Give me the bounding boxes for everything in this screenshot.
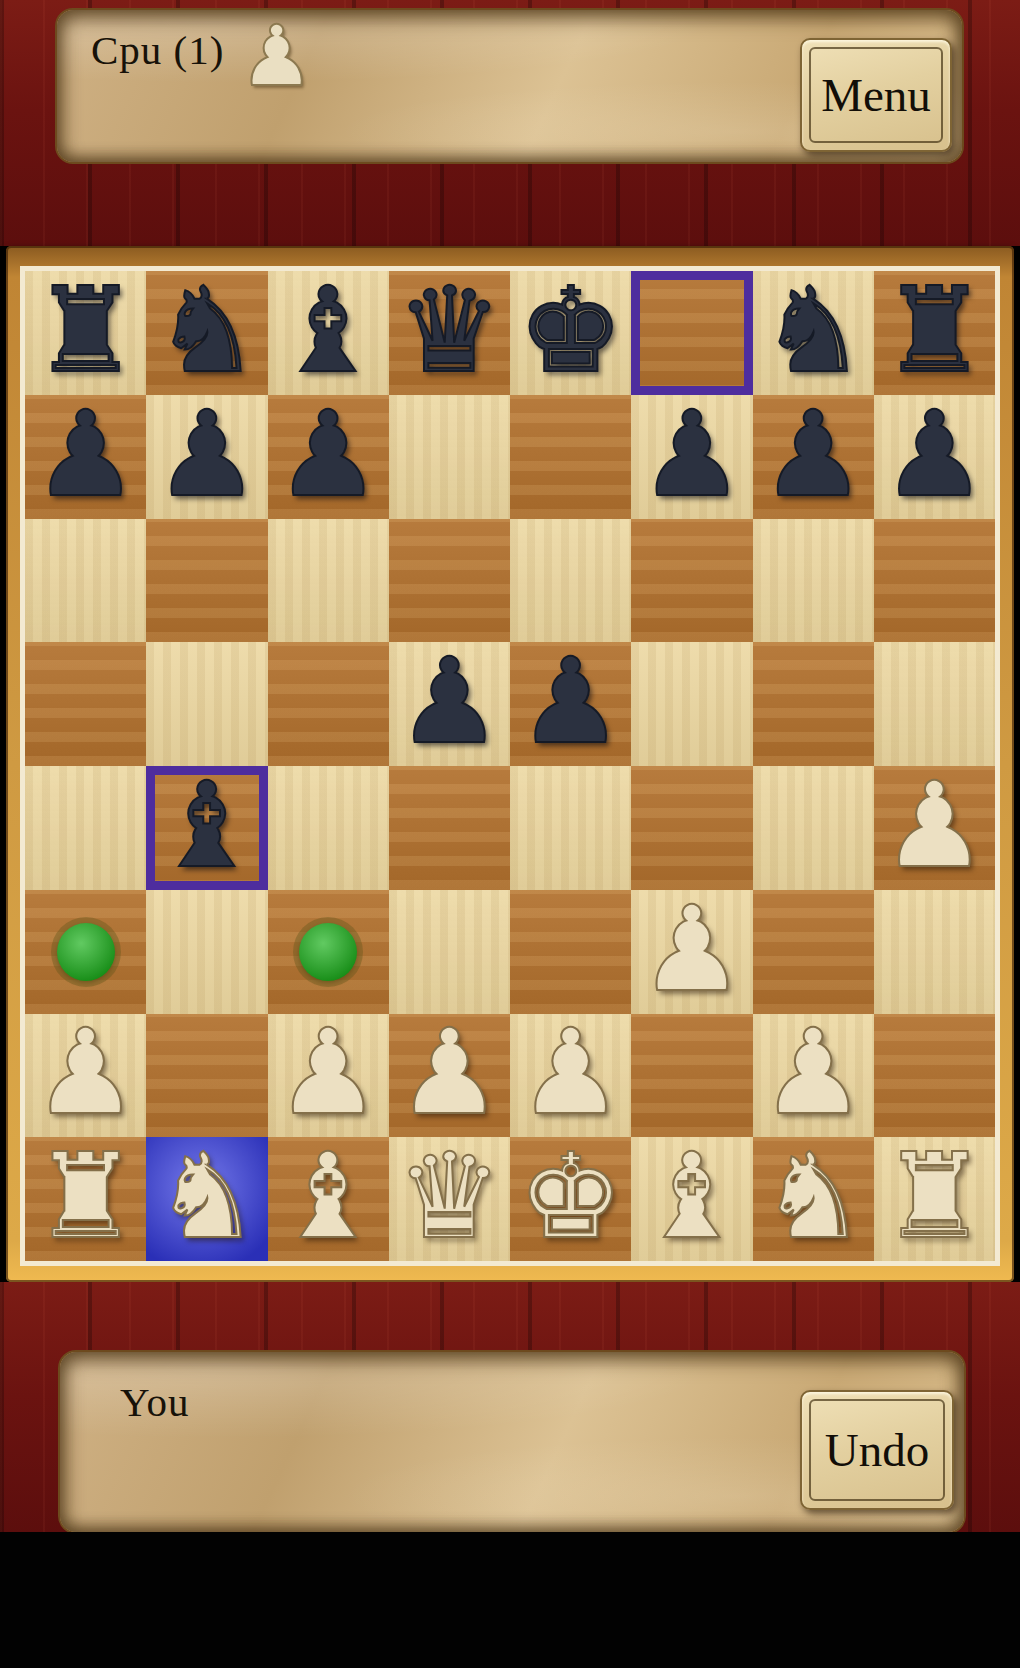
square-e1[interactable]: ♚: [510, 1137, 631, 1261]
black-pawn: ♟: [154, 395, 260, 513]
square-f8[interactable]: [631, 271, 752, 395]
square-f7[interactable]: ♟: [631, 395, 752, 519]
square-e5[interactable]: ♟: [510, 642, 631, 766]
square-e8[interactable]: ♚: [510, 271, 631, 395]
square-b7[interactable]: ♟: [146, 395, 267, 519]
square-d8[interactable]: ♛: [389, 271, 510, 395]
black-pawn: ♟: [518, 642, 624, 760]
square-b5[interactable]: [146, 642, 267, 766]
square-h1[interactable]: ♜: [874, 1137, 995, 1261]
square-c7[interactable]: ♟: [268, 395, 389, 519]
white-king: ♚: [518, 1137, 624, 1255]
opponent-panel: Cpu (1) ♟ Menu: [55, 8, 964, 164]
square-c8[interactable]: ♝: [268, 271, 389, 395]
square-b2[interactable]: [146, 1014, 267, 1138]
white-pawn: ♟: [639, 890, 745, 1008]
white-queen: ♛: [396, 1137, 502, 1255]
square-a2[interactable]: ♟: [25, 1014, 146, 1138]
square-f3[interactable]: ♟: [631, 890, 752, 1014]
square-b4[interactable]: ♝: [146, 766, 267, 890]
square-f5[interactable]: [631, 642, 752, 766]
square-f6[interactable]: [631, 519, 752, 643]
square-g8[interactable]: ♞: [753, 271, 874, 395]
square-c5[interactable]: [268, 642, 389, 766]
black-rook: ♜: [33, 271, 139, 389]
menu-button[interactable]: Menu: [800, 38, 952, 152]
black-knight: ♞: [154, 271, 260, 389]
black-knight: ♞: [760, 271, 866, 389]
chess-board: ♜♞♝♛♚♞♜♟♟♟♟♟♟♟♟♝♟♟♟♟♟♟♟♜♞♝♛♚♝♞♜: [20, 266, 1000, 1266]
square-d1[interactable]: ♛: [389, 1137, 510, 1261]
square-h4[interactable]: ♟: [874, 766, 995, 890]
legal-move-dot-c3[interactable]: [299, 923, 357, 981]
black-pawn: ♟: [396, 642, 502, 760]
square-a8[interactable]: ♜: [25, 271, 146, 395]
square-a5[interactable]: [25, 642, 146, 766]
undo-button[interactable]: Undo: [800, 1390, 954, 1510]
square-e3[interactable]: [510, 890, 631, 1014]
black-pawn: ♟: [275, 395, 381, 513]
square-g5[interactable]: [753, 642, 874, 766]
square-b3[interactable]: [146, 890, 267, 1014]
captured-white-pawn-icon: ♟: [239, 10, 314, 102]
white-bishop: ♝: [275, 1137, 381, 1255]
square-g2[interactable]: ♟: [753, 1014, 874, 1138]
square-a7[interactable]: ♟: [25, 395, 146, 519]
square-c3[interactable]: [268, 890, 389, 1014]
black-pawn: ♟: [760, 395, 866, 513]
white-pawn: ♟: [881, 766, 987, 884]
square-c2[interactable]: ♟: [268, 1014, 389, 1138]
square-g1[interactable]: ♞: [753, 1137, 874, 1261]
square-a1[interactable]: ♜: [25, 1137, 146, 1261]
square-c6[interactable]: [268, 519, 389, 643]
square-a6[interactable]: [25, 519, 146, 643]
square-e2[interactable]: ♟: [510, 1014, 631, 1138]
square-b8[interactable]: ♞: [146, 271, 267, 395]
square-g6[interactable]: [753, 519, 874, 643]
square-a3[interactable]: [25, 890, 146, 1014]
white-pawn: ♟: [275, 1013, 381, 1131]
white-pawn: ♟: [760, 1013, 866, 1131]
black-rook: ♜: [881, 271, 987, 389]
square-c1[interactable]: ♝: [268, 1137, 389, 1261]
black-pawn: ♟: [881, 395, 987, 513]
square-h6[interactable]: [874, 519, 995, 643]
white-pawn: ♟: [396, 1013, 502, 1131]
square-f4[interactable]: [631, 766, 752, 890]
square-f2[interactable]: [631, 1014, 752, 1138]
white-rook: ♜: [881, 1137, 987, 1255]
square-d3[interactable]: [389, 890, 510, 1014]
black-queen: ♛: [396, 271, 502, 389]
square-d2[interactable]: ♟: [389, 1014, 510, 1138]
square-g3[interactable]: [753, 890, 874, 1014]
opponent-name-label: Cpu (1): [91, 26, 224, 74]
square-d4[interactable]: [389, 766, 510, 890]
android-nav-bar: [0, 1532, 1020, 1668]
white-knight: ♞: [760, 1137, 866, 1255]
square-h8[interactable]: ♜: [874, 271, 995, 395]
legal-move-dot-a3[interactable]: [57, 923, 115, 981]
player-panel: You Undo: [58, 1350, 966, 1534]
square-b6[interactable]: [146, 519, 267, 643]
square-d6[interactable]: [389, 519, 510, 643]
square-f1[interactable]: ♝: [631, 1137, 752, 1261]
white-rook: ♜: [33, 1137, 139, 1255]
player-name-label: You: [120, 1378, 190, 1426]
black-bishop: ♝: [275, 271, 381, 389]
white-bishop: ♝: [639, 1137, 745, 1255]
square-e4[interactable]: [510, 766, 631, 890]
square-d7[interactable]: [389, 395, 510, 519]
square-g4[interactable]: [753, 766, 874, 890]
square-e7[interactable]: [510, 395, 631, 519]
undo-button-label: Undo: [825, 1423, 929, 1477]
square-c4[interactable]: [268, 766, 389, 890]
square-d5[interactable]: ♟: [389, 642, 510, 766]
square-b1[interactable]: ♞: [146, 1137, 267, 1261]
square-h3[interactable]: [874, 890, 995, 1014]
white-pawn: ♟: [518, 1013, 624, 1131]
black-king: ♚: [518, 271, 624, 389]
white-knight: ♞: [154, 1137, 260, 1255]
square-e6[interactable]: [510, 519, 631, 643]
square-h7[interactable]: ♟: [874, 395, 995, 519]
black-pawn: ♟: [33, 395, 139, 513]
square-g7[interactable]: ♟: [753, 395, 874, 519]
black-pawn: ♟: [639, 395, 745, 513]
black-bishop: ♝: [154, 766, 260, 884]
chess-board-frame: ♜♞♝♛♚♞♜♟♟♟♟♟♟♟♟♝♟♟♟♟♟♟♟♜♞♝♛♚♝♞♜: [6, 246, 1014, 1282]
square-a4[interactable]: [25, 766, 146, 890]
white-pawn: ♟: [33, 1013, 139, 1131]
square-h2[interactable]: [874, 1014, 995, 1138]
square-h5[interactable]: [874, 642, 995, 766]
menu-button-label: Menu: [821, 68, 931, 122]
